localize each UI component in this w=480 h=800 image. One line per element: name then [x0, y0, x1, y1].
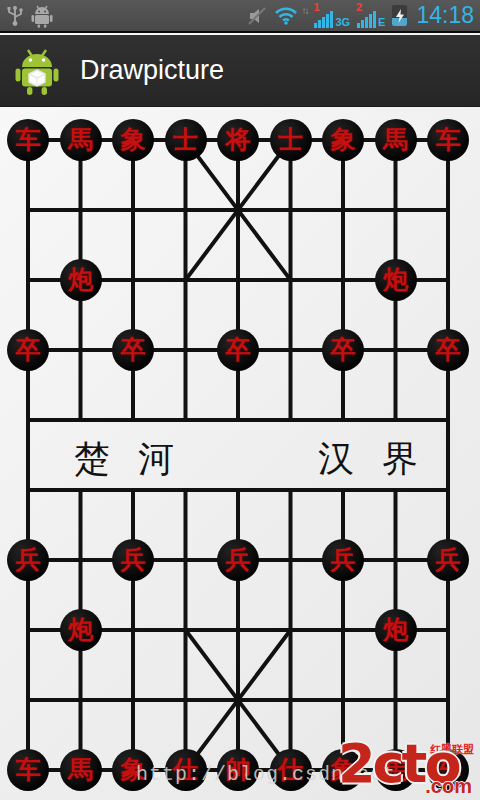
- status-right-icons: ↑↓ 1 3G 2 E 14:18: [247, 0, 474, 31]
- android-robot-icon: [14, 46, 60, 96]
- piece-6-4[interactable]: 兵: [217, 539, 259, 581]
- status-left-icons: [6, 0, 53, 31]
- piece-0-5[interactable]: 士: [270, 119, 312, 161]
- status-clock: 14:18: [416, 2, 474, 29]
- piece-0-4[interactable]: 将: [217, 119, 259, 161]
- piece-6-6[interactable]: 兵: [322, 539, 364, 581]
- usb-icon: [6, 5, 24, 27]
- piece-3-6[interactable]: 卒: [322, 329, 364, 371]
- piece-0-7[interactable]: 馬: [375, 119, 417, 161]
- piece-6-0[interactable]: 兵: [7, 539, 49, 581]
- piece-7-1[interactable]: 炮: [60, 609, 102, 651]
- pieces-layer: 车馬象士将士象馬车炮炮卒卒卒卒卒兵兵兵兵兵炮炮车馬象仕帥仕象馬车: [0, 108, 480, 800]
- piece-3-0[interactable]: 卒: [7, 329, 49, 371]
- muted-speaker-icon: [247, 6, 267, 26]
- piece-2-7[interactable]: 炮: [375, 259, 417, 301]
- sim1-network-type: 3G: [335, 17, 350, 28]
- action-bar: Drawpicture: [0, 35, 480, 107]
- piece-3-4[interactable]: 卒: [217, 329, 259, 371]
- piece-7-7[interactable]: 炮: [375, 609, 417, 651]
- piece-6-8[interactable]: 兵: [427, 539, 469, 581]
- piece-6-2[interactable]: 兵: [112, 539, 154, 581]
- logo-suffix: .com: [425, 775, 472, 798]
- phone-screen: ↑↓ 1 3G 2 E 14:18: [0, 0, 480, 800]
- wifi-icon: [274, 6, 298, 25]
- app-title: Drawpicture: [80, 55, 224, 86]
- android-debug-icon: [31, 4, 53, 28]
- xiangqi-board[interactable]: 楚河 汉界 车馬象士将士象馬车炮炮卒卒卒卒卒兵兵兵兵兵炮炮车馬象仕帥仕象馬车: [0, 108, 480, 800]
- sim2-network-type: E: [378, 17, 385, 28]
- piece-2-1[interactable]: 炮: [60, 259, 102, 301]
- sim1-signal-bars: 1 3G: [314, 4, 350, 28]
- piece-0-6[interactable]: 象: [322, 119, 364, 161]
- piece-0-8[interactable]: 车: [427, 119, 469, 161]
- status-bar: ↑↓ 1 3G 2 E 14:18: [0, 0, 480, 33]
- sim2-badge: 2: [356, 1, 362, 13]
- sim1-badge: 1: [313, 1, 319, 13]
- piece-9-1[interactable]: 馬: [60, 749, 102, 791]
- piece-0-0[interactable]: 车: [7, 119, 49, 161]
- network-traffic-arrows: ↑↓: [301, 5, 307, 16]
- battery-charging-icon: [392, 5, 407, 26]
- piece-0-3[interactable]: 士: [165, 119, 207, 161]
- piece-0-2[interactable]: 象: [112, 119, 154, 161]
- piece-3-8[interactable]: 卒: [427, 329, 469, 371]
- piece-0-1[interactable]: 馬: [60, 119, 102, 161]
- piece-9-0[interactable]: 车: [7, 749, 49, 791]
- 2cto-logo: 红黑联盟 2cto .com: [336, 738, 478, 798]
- sim2-signal-bars: 2 E: [357, 4, 385, 28]
- piece-3-2[interactable]: 卒: [112, 329, 154, 371]
